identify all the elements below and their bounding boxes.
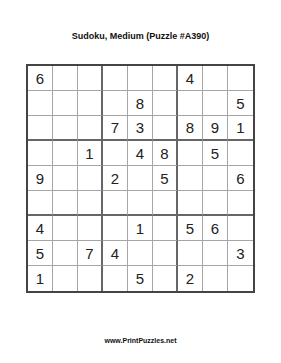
sudoku-cell-r3c9: 1: [228, 116, 253, 141]
sudoku-cell-r9c8: [203, 266, 228, 291]
sudoku-cell-r1c1: 6: [28, 66, 53, 91]
sudoku-cell-r1c2: [53, 66, 78, 91]
footer-url: www.PrintPuzzles.net: [0, 337, 281, 344]
sudoku-cell-r2c2: [53, 91, 78, 116]
sudoku-cell-r8c7: [178, 241, 203, 266]
sudoku-cell-r1c7: 4: [178, 66, 203, 91]
sudoku-cell-r6c3: [78, 191, 103, 216]
sudoku-cell-r4c5: 4: [128, 141, 153, 166]
sudoku-cell-r5c7: [178, 166, 203, 191]
sudoku-cell-r2c8: [203, 91, 228, 116]
sudoku-cell-r5c3: [78, 166, 103, 191]
sudoku-cell-r9c4: [103, 266, 128, 291]
sudoku-cell-r7c2: [53, 216, 78, 241]
sudoku-cell-r8c8: [203, 241, 228, 266]
sudoku-cell-r4c8: 5: [203, 141, 228, 166]
sudoku-cell-r2c9: 5: [228, 91, 253, 116]
sudoku-cell-r3c1: [28, 116, 53, 141]
sudoku-cell-r3c4: 7: [103, 116, 128, 141]
sudoku-cell-r5c6: 5: [153, 166, 178, 191]
sudoku-cell-r7c5: 1: [128, 216, 153, 241]
sudoku-cell-r8c9: 3: [228, 241, 253, 266]
sudoku-cell-r6c7: [178, 191, 203, 216]
sudoku-cell-r3c3: [78, 116, 103, 141]
sudoku-cell-r1c9: [228, 66, 253, 91]
sudoku-cell-r8c3: 7: [78, 241, 103, 266]
sudoku-cell-r2c5: 8: [128, 91, 153, 116]
sudoku-cell-r7c9: [228, 216, 253, 241]
sudoku-cell-r7c3: [78, 216, 103, 241]
sudoku-cell-r1c4: [103, 66, 128, 91]
sudoku-cell-r2c1: [28, 91, 53, 116]
sudoku-cell-r3c5: 3: [128, 116, 153, 141]
sudoku-cell-r5c5: [128, 166, 153, 191]
sudoku-cell-r5c1: 9: [28, 166, 53, 191]
sudoku-cell-r5c8: [203, 166, 228, 191]
sudoku-cell-r4c2: [53, 141, 78, 166]
sudoku-cell-r4c4: [103, 141, 128, 166]
sudoku-cell-r4c1: [28, 141, 53, 166]
sudoku-cell-r7c1: 4: [28, 216, 53, 241]
sudoku-cell-r9c9: [228, 266, 253, 291]
sudoku-cell-r6c9: [228, 191, 253, 216]
sudoku-cell-r9c2: [53, 266, 78, 291]
sudoku-cell-r1c5: [128, 66, 153, 91]
sudoku-cell-r9c3: [78, 266, 103, 291]
sudoku-cell-r7c4: [103, 216, 128, 241]
sudoku-cell-r2c6: [153, 91, 178, 116]
sudoku-cell-r7c6: [153, 216, 178, 241]
sudoku-cell-r3c8: 9: [203, 116, 228, 141]
sudoku-cell-r9c7: 2: [178, 266, 203, 291]
sudoku-cell-r5c2: [53, 166, 78, 191]
sudoku-grid: 6485738911485925641565743152: [26, 64, 255, 293]
sudoku-cell-r7c8: 6: [203, 216, 228, 241]
sudoku-cell-r5c9: 6: [228, 166, 253, 191]
sudoku-cell-r2c4: [103, 91, 128, 116]
sudoku-cell-r1c8: [203, 66, 228, 91]
sudoku-cell-r6c4: [103, 191, 128, 216]
sudoku-cell-r4c7: [178, 141, 203, 166]
sudoku-cell-r2c7: [178, 91, 203, 116]
sudoku-cell-r8c6: [153, 241, 178, 266]
sudoku-cell-r1c3: [78, 66, 103, 91]
sudoku-cell-r4c3: 1: [78, 141, 103, 166]
sudoku-cell-r3c7: 8: [178, 116, 203, 141]
sudoku-cell-r6c5: [128, 191, 153, 216]
sudoku-cell-r7c7: 5: [178, 216, 203, 241]
sudoku-cell-r4c9: [228, 141, 253, 166]
sudoku-cell-r2c3: [78, 91, 103, 116]
sudoku-cell-r6c8: [203, 191, 228, 216]
sudoku-cell-r8c1: 5: [28, 241, 53, 266]
sudoku-cell-r6c1: [28, 191, 53, 216]
sudoku-cell-r4c6: 8: [153, 141, 178, 166]
sudoku-cell-r6c2: [53, 191, 78, 216]
sudoku-cell-r9c6: [153, 266, 178, 291]
sudoku-cell-r8c5: [128, 241, 153, 266]
printable-puzzle-page: Sudoku, Medium (Puzzle #A390) 6485738911…: [0, 0, 281, 363]
sudoku-cell-r8c2: [53, 241, 78, 266]
sudoku-cell-r9c1: 1: [28, 266, 53, 291]
sudoku-cell-r9c5: 5: [128, 266, 153, 291]
sudoku-cell-r6c6: [153, 191, 178, 216]
sudoku-cell-r5c4: 2: [103, 166, 128, 191]
sudoku-cell-r1c6: [153, 66, 178, 91]
sudoku-cell-r3c6: [153, 116, 178, 141]
puzzle-title: Sudoku, Medium (Puzzle #A390): [0, 31, 281, 41]
sudoku-cell-r8c4: 4: [103, 241, 128, 266]
sudoku-cell-r3c2: [53, 116, 78, 141]
